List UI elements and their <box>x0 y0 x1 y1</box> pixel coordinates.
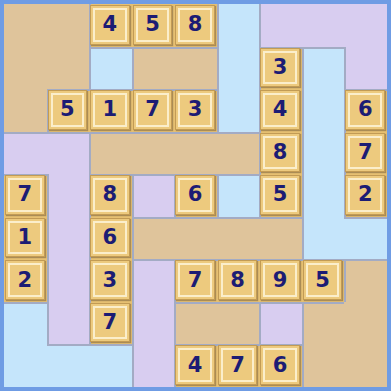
tile-digit: 4 <box>188 355 203 376</box>
cell-r3-c0[interactable] <box>4 132 47 175</box>
tile-digit: 7 <box>145 99 160 120</box>
cell-r0-c0[interactable] <box>4 4 47 47</box>
number-tile[interactable]: 6 <box>90 218 130 258</box>
cell-r6-c5[interactable]: 8 <box>217 259 260 302</box>
puzzle-frame: 45835173468778652162378957476 <box>0 0 391 391</box>
cell-r8-c5[interactable]: 7 <box>217 344 260 387</box>
cell-r3-c3[interactable] <box>132 132 175 175</box>
number-tile[interactable]: 5 <box>133 5 173 45</box>
number-tile[interactable]: 5 <box>48 90 88 130</box>
cell-r1-c5[interactable] <box>217 47 260 90</box>
cell-r6-c0[interactable]: 2 <box>4 259 47 302</box>
cell-r0-c1[interactable] <box>47 4 90 47</box>
cell-r2-c1[interactable]: 5 <box>47 89 90 132</box>
number-tile[interactable]: 8 <box>260 133 300 173</box>
cell-r1-c2[interactable] <box>89 47 132 90</box>
cell-r6-c4[interactable]: 7 <box>174 259 217 302</box>
cell-r2-c8[interactable]: 6 <box>344 89 387 132</box>
tile-digit: 5 <box>145 14 160 35</box>
cell-r2-c4[interactable]: 3 <box>174 89 217 132</box>
number-tile[interactable]: 7 <box>90 303 130 343</box>
cell-r5-c7[interactable] <box>302 217 345 260</box>
cell-r5-c2[interactable]: 6 <box>89 217 132 260</box>
number-tile[interactable]: 7 <box>218 345 258 385</box>
cell-r7-c3[interactable] <box>132 302 175 345</box>
tile-digit: 8 <box>230 270 245 291</box>
cell-r8-c7[interactable] <box>302 344 345 387</box>
cell-r5-c4[interactable] <box>174 217 217 260</box>
cell-r4-c1[interactable] <box>47 174 90 217</box>
number-tile[interactable]: 6 <box>260 345 300 385</box>
cell-r4-c0[interactable]: 7 <box>4 174 47 217</box>
cell-r2-c3[interactable]: 7 <box>132 89 175 132</box>
cell-r0-c7[interactable] <box>302 4 345 47</box>
number-tile[interactable]: 7 <box>5 175 45 215</box>
cell-r5-c5[interactable] <box>217 217 260 260</box>
cell-r0-c8[interactable] <box>344 4 387 47</box>
tile-digit: 3 <box>273 57 288 78</box>
number-tile[interactable]: 2 <box>345 175 385 215</box>
cell-r7-c6[interactable] <box>259 302 302 345</box>
cell-r4-c3[interactable] <box>132 174 175 217</box>
number-tile[interactable]: 3 <box>260 48 300 88</box>
tile-digit: 3 <box>188 99 203 120</box>
number-tile[interactable]: 7 <box>133 90 173 130</box>
cell-r6-c6[interactable]: 9 <box>259 259 302 302</box>
cell-r0-c3[interactable]: 5 <box>132 4 175 47</box>
cell-r1-c8[interactable] <box>344 47 387 90</box>
cell-r3-c7[interactable] <box>302 132 345 175</box>
tile-digit: 6 <box>358 99 373 120</box>
cell-r7-c1[interactable] <box>47 302 90 345</box>
cell-r5-c6[interactable] <box>259 217 302 260</box>
cell-r4-c6[interactable]: 5 <box>259 174 302 217</box>
tile-digit: 6 <box>188 184 203 205</box>
cell-r7-c8[interactable] <box>344 302 387 345</box>
tile-digit: 8 <box>273 142 288 163</box>
number-tile[interactable]: 6 <box>345 90 385 130</box>
cell-r7-c7[interactable] <box>302 302 345 345</box>
cell-r4-c5[interactable] <box>217 174 260 217</box>
cell-r7-c0[interactable] <box>4 302 47 345</box>
number-tile[interactable]: 5 <box>303 260 343 300</box>
tile-digit: 5 <box>60 99 75 120</box>
cell-r5-c3[interactable] <box>132 217 175 260</box>
number-tile[interactable]: 8 <box>218 260 258 300</box>
number-tile[interactable]: 8 <box>175 5 215 45</box>
cell-r6-c8[interactable] <box>344 259 387 302</box>
cell-r1-c0[interactable] <box>4 47 47 90</box>
tile-digit: 7 <box>358 142 373 163</box>
tile-digit: 6 <box>103 227 118 248</box>
cell-r3-c6[interactable]: 8 <box>259 132 302 175</box>
cell-r8-c0[interactable] <box>4 344 47 387</box>
number-tile[interactable]: 6 <box>175 175 215 215</box>
cell-r2-c6[interactable]: 4 <box>259 89 302 132</box>
cell-r1-c3[interactable] <box>132 47 175 90</box>
tile-digit: 8 <box>188 14 203 35</box>
cell-r1-c4[interactable] <box>174 47 217 90</box>
cell-r3-c4[interactable] <box>174 132 217 175</box>
cell-r6-c3[interactable] <box>132 259 175 302</box>
cell-r6-c7[interactable]: 5 <box>302 259 345 302</box>
cell-r6-c1[interactable] <box>47 259 90 302</box>
puzzle-board: 45835173468778652162378957476 <box>4 4 387 387</box>
number-tile[interactable]: 9 <box>260 260 300 300</box>
number-tile[interactable]: 4 <box>260 90 300 130</box>
cell-r8-c3[interactable] <box>132 344 175 387</box>
tile-digit: 3 <box>103 270 118 291</box>
cell-r0-c4[interactable]: 8 <box>174 4 217 47</box>
number-tile[interactable]: 1 <box>90 90 130 130</box>
cell-r5-c0[interactable]: 1 <box>4 217 47 260</box>
cell-r1-c6[interactable]: 3 <box>259 47 302 90</box>
number-tile[interactable]: 3 <box>175 90 215 130</box>
cell-r2-c5[interactable] <box>217 89 260 132</box>
cell-r4-c7[interactable] <box>302 174 345 217</box>
number-tile[interactable]: 1 <box>5 218 45 258</box>
cell-r2-c7[interactable] <box>302 89 345 132</box>
cell-r7-c5[interactable] <box>217 302 260 345</box>
tile-digit: 1 <box>103 99 118 120</box>
tile-digit: 7 <box>103 312 118 333</box>
cell-r8-c2[interactable] <box>89 344 132 387</box>
cell-r5-c1[interactable] <box>47 217 90 260</box>
cell-r6-c2[interactable]: 3 <box>89 259 132 302</box>
cell-r8-c6[interactable]: 6 <box>259 344 302 387</box>
cell-r0-c6[interactable] <box>259 4 302 47</box>
cell-r8-c1[interactable] <box>47 344 90 387</box>
cell-r8-c4[interactable]: 4 <box>174 344 217 387</box>
cell-r5-c8[interactable] <box>344 217 387 260</box>
tile-digit: 2 <box>17 270 32 291</box>
cell-r4-c4[interactable]: 6 <box>174 174 217 217</box>
cell-r4-c2[interactable]: 8 <box>89 174 132 217</box>
cell-r3-c1[interactable] <box>47 132 90 175</box>
tile-digit: 2 <box>358 184 373 205</box>
tile-digit: 4 <box>103 14 118 35</box>
cell-r8-c8[interactable] <box>344 344 387 387</box>
cell-r7-c2[interactable]: 7 <box>89 302 132 345</box>
number-tile[interactable]: 4 <box>175 345 215 385</box>
cell-r4-c8[interactable]: 2 <box>344 174 387 217</box>
tile-digit: 7 <box>17 184 32 205</box>
tile-digit: 4 <box>273 99 288 120</box>
number-tile[interactable]: 7 <box>345 133 385 173</box>
tile-digit: 1 <box>17 227 32 248</box>
cell-r2-c0[interactable] <box>4 89 47 132</box>
tile-digit: 7 <box>230 355 245 376</box>
tile-digit: 8 <box>103 184 118 205</box>
tile-digit: 6 <box>273 355 288 376</box>
cell-r3-c2[interactable] <box>89 132 132 175</box>
cell-r1-c7[interactable] <box>302 47 345 90</box>
number-tile[interactable]: 7 <box>175 260 215 300</box>
tile-digit: 7 <box>188 270 203 291</box>
cell-r7-c4[interactable] <box>174 302 217 345</box>
tile-digit: 9 <box>273 270 288 291</box>
cell-r3-c5[interactable] <box>217 132 260 175</box>
cell-r0-c2[interactable]: 4 <box>89 4 132 47</box>
cell-r1-c1[interactable] <box>47 47 90 90</box>
cell-r3-c8[interactable]: 7 <box>344 132 387 175</box>
tile-digit: 5 <box>273 184 288 205</box>
number-tile[interactable]: 4 <box>90 5 130 45</box>
number-tile[interactable]: 5 <box>260 175 300 215</box>
cell-r0-c5[interactable] <box>217 4 260 47</box>
number-tile[interactable]: 2 <box>5 260 45 300</box>
number-tile[interactable]: 3 <box>90 260 130 300</box>
cell-r2-c2[interactable]: 1 <box>89 89 132 132</box>
tile-digit: 5 <box>315 270 330 291</box>
number-tile[interactable]: 8 <box>90 175 130 215</box>
